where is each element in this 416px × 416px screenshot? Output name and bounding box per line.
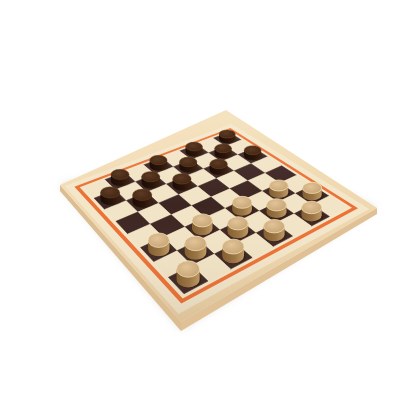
dark-checker-piece[interactable] <box>101 187 122 206</box>
piece-top <box>215 144 232 153</box>
light-checker-piece[interactable] <box>185 236 208 260</box>
piece-top <box>232 196 252 208</box>
dark-checker-piece[interactable] <box>142 171 162 188</box>
piece-top <box>101 187 120 198</box>
piece-top <box>264 220 285 233</box>
piece-top <box>302 201 322 213</box>
piece-top <box>303 182 322 193</box>
light-checker-piece[interactable] <box>192 214 214 236</box>
dark-checker-piece[interactable] <box>111 169 131 186</box>
light-checker-piece[interactable] <box>303 182 324 201</box>
piece-top <box>222 239 244 254</box>
piece-top <box>269 180 288 191</box>
dark-checker-piece[interactable] <box>244 146 263 161</box>
dark-checker-piece[interactable] <box>133 189 154 208</box>
piece-top <box>142 171 160 181</box>
light-checker-piece[interactable] <box>228 217 250 239</box>
piece-top <box>173 174 191 185</box>
piece-top <box>192 214 212 227</box>
piece-top <box>210 159 228 169</box>
piece-top <box>179 157 197 167</box>
piece-top <box>267 199 287 211</box>
dark-checker-piece[interactable] <box>210 159 230 175</box>
light-checker-piece[interactable] <box>302 201 324 221</box>
light-checker-piece[interactable] <box>177 261 202 288</box>
dark-checker-piece[interactable] <box>179 157 198 173</box>
light-checker-piece[interactable] <box>269 180 290 198</box>
piece-top <box>150 155 167 164</box>
piece-top <box>111 169 129 179</box>
checkers-product-photo <box>0 0 416 416</box>
piece-top <box>186 142 203 151</box>
piece-top <box>244 146 261 155</box>
piece-top <box>148 233 169 247</box>
dark-checker-piece[interactable] <box>173 174 193 192</box>
piece-top <box>185 236 207 251</box>
dark-checker-piece[interactable] <box>219 130 237 144</box>
light-checker-piece[interactable] <box>222 239 246 263</box>
piece-top <box>133 189 152 200</box>
light-checker-piece[interactable] <box>267 199 289 219</box>
piece-top <box>228 217 249 230</box>
piece-top <box>177 261 200 277</box>
dark-checker-piece[interactable] <box>150 155 169 171</box>
light-checker-piece[interactable] <box>148 233 171 257</box>
light-checker-piece[interactable] <box>232 196 254 216</box>
piece-top <box>219 130 235 138</box>
checkers-board <box>0 0 416 416</box>
dark-checker-piece[interactable] <box>215 144 234 159</box>
dark-checker-piece[interactable] <box>186 142 205 157</box>
light-checker-piece[interactable] <box>264 220 287 242</box>
